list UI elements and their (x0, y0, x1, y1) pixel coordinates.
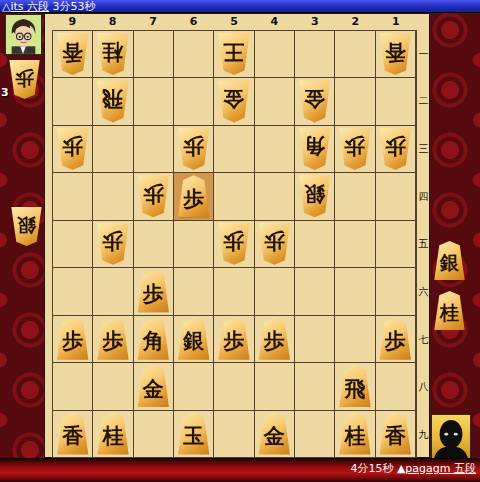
square-59[interactable] (214, 411, 254, 458)
piece-sente-金[interactable]: 金 (257, 413, 291, 455)
file-label-9: 9 (52, 14, 92, 30)
square-87[interactable]: 歩 (93, 316, 133, 363)
rank-labels: 一二三四五六七八九 (417, 30, 430, 459)
sente-clock: 4分15秒 (350, 462, 393, 475)
square-72[interactable] (134, 78, 174, 125)
piece-kanji: 桂 (102, 426, 123, 447)
piece-kanji: 歩 (143, 284, 164, 305)
square-74[interactable]: 歩 (134, 173, 174, 220)
piece-kanji: 香 (62, 426, 83, 447)
piece-kanji: 角 (143, 331, 164, 352)
sente-name-link[interactable]: pagagm 五段 (405, 462, 476, 475)
square-56[interactable] (214, 268, 254, 315)
square-14[interactable] (376, 173, 416, 220)
piece-gote-歩[interactable]: 歩 (177, 128, 211, 170)
rank-label-1: 一 (417, 30, 430, 78)
piece-gote-金[interactable]: 金 (217, 80, 251, 122)
square-54[interactable] (214, 173, 254, 220)
piece-kanji: 銀 (304, 183, 325, 204)
square-16[interactable] (376, 268, 416, 315)
file-label-4: 4 (254, 14, 294, 30)
piece-kanji: 金 (304, 88, 325, 109)
square-26[interactable] (335, 268, 375, 315)
piece-kanji: 歩 (223, 331, 244, 352)
square-25[interactable] (335, 221, 375, 268)
square-32[interactable]: 金 (295, 78, 335, 125)
square-93[interactable]: 歩 (53, 126, 93, 173)
piece-kanji: 歩 (143, 183, 164, 204)
file-label-3: 3 (295, 14, 335, 30)
piece-kanji: 歩 (223, 230, 244, 251)
piece-kanji: 歩 (62, 135, 83, 156)
gote-clock: 3分53秒 (53, 0, 96, 13)
square-97[interactable]: 歩 (53, 316, 93, 363)
rank-label-2: 二 (417, 78, 430, 126)
square-38[interactable] (295, 363, 335, 410)
piece-sente-歩[interactable]: 歩 (217, 318, 251, 360)
piece-sente-歩[interactable]: 歩 (96, 318, 130, 360)
file-label-2: 2 (335, 14, 375, 30)
square-44[interactable] (255, 173, 295, 220)
piece-gote-飛[interactable]: 飛 (96, 80, 130, 122)
piece-sente-歩[interactable]: 歩 (378, 318, 412, 360)
square-79[interactable] (134, 411, 174, 458)
piece-kanji: 香 (62, 41, 83, 62)
sente-info-bar: 4分15秒 ▲pagagm 五段 (0, 458, 480, 482)
piece-kanji: 桂 (344, 426, 365, 447)
square-86[interactable] (93, 268, 133, 315)
piece-sente-歩[interactable]: 歩 (257, 318, 291, 360)
piece-kanji: 歩 (385, 331, 406, 352)
piece-gote-歩[interactable]: 歩 (217, 223, 251, 265)
piece-gote-歩[interactable]: 歩 (257, 223, 291, 265)
square-24[interactable] (335, 173, 375, 220)
square-45[interactable]: 歩 (255, 221, 295, 268)
square-31[interactable] (295, 31, 335, 78)
square-33[interactable]: 角 (295, 126, 335, 173)
piece-sente-香[interactable]: 香 (56, 413, 90, 455)
square-67[interactable]: 銀 (174, 316, 214, 363)
board-grid: 香桂王香飛金金歩歩角歩歩歩歩銀歩歩歩歩歩歩角銀歩歩歩金飛香桂玉金桂香 (52, 30, 417, 459)
square-83[interactable] (93, 126, 133, 173)
square-21[interactable] (335, 31, 375, 78)
piece-kanji: 歩 (62, 331, 83, 352)
hand-gote-銀[interactable]: 銀 (10, 207, 43, 246)
file-label-5: 5 (214, 14, 254, 30)
piece-gote-桂[interactable]: 桂 (96, 33, 130, 75)
gote-name-link[interactable]: its 六段 (10, 0, 49, 13)
square-58[interactable] (214, 363, 254, 410)
square-52[interactable]: 金 (214, 78, 254, 125)
square-68[interactable] (174, 363, 214, 410)
piece-kanji: 桂 (440, 300, 459, 326)
square-43[interactable] (255, 126, 295, 173)
piece-sente-飛[interactable]: 飛 (338, 365, 372, 407)
square-41[interactable] (255, 31, 295, 78)
piece-kanji: 歩 (15, 65, 34, 91)
square-13[interactable]: 歩 (376, 126, 416, 173)
piece-gote-王[interactable]: 王 (217, 33, 251, 75)
square-76[interactable]: 歩 (134, 268, 174, 315)
file-label-7: 7 (133, 14, 173, 30)
piece-kanji: 歩 (385, 135, 406, 156)
hand-sente-銀[interactable]: 銀 (433, 241, 466, 280)
file-label-6: 6 (173, 14, 213, 30)
square-99[interactable]: 香 (53, 411, 93, 458)
piece-gote-金[interactable]: 金 (298, 80, 332, 122)
hand-count-gote-歩: 3 (1, 86, 9, 99)
square-75[interactable] (134, 221, 174, 268)
rank-label-7: 七 (417, 316, 430, 364)
square-89[interactable]: 桂 (93, 411, 133, 458)
square-53[interactable] (214, 126, 254, 173)
square-42[interactable] (255, 78, 295, 125)
square-51[interactable]: 王 (214, 31, 254, 78)
piece-kanji: 歩 (102, 230, 123, 251)
rank-label-6: 六 (417, 268, 430, 316)
piece-kanji: 銀 (440, 250, 459, 276)
piece-kanji: 歩 (344, 135, 365, 156)
square-94[interactable] (53, 173, 93, 220)
square-64[interactable]: 歩 (174, 173, 214, 220)
square-48[interactable] (255, 363, 295, 410)
piece-kanji: 金 (264, 426, 285, 447)
piece-gote-歩[interactable]: 歩 (56, 128, 90, 170)
square-95[interactable] (53, 221, 93, 268)
square-18[interactable] (376, 363, 416, 410)
piece-gote-歩[interactable]: 歩 (378, 128, 412, 170)
square-34[interactable]: 銀 (295, 173, 335, 220)
piece-kanji: 香 (385, 426, 406, 447)
square-69[interactable]: 玉 (174, 411, 214, 458)
square-47[interactable]: 歩 (255, 316, 295, 363)
shogi-app: △its 六段 3分53秒 987654321 香桂王香飛金金歩歩角歩歩歩歩銀歩… (0, 0, 480, 482)
square-49[interactable]: 金 (255, 411, 295, 458)
piece-kanji: 金 (143, 379, 164, 400)
piece-kanji: 歩 (102, 331, 123, 352)
square-77[interactable]: 角 (134, 316, 174, 363)
piece-gote-歩[interactable]: 歩 (338, 128, 372, 170)
piece-sente-玉[interactable]: 玉 (177, 413, 211, 455)
rank-label-3: 三 (417, 125, 430, 173)
square-78[interactable]: 金 (134, 363, 174, 410)
square-29[interactable]: 桂 (335, 411, 375, 458)
square-82[interactable]: 飛 (93, 78, 133, 125)
piece-gote-銀[interactable]: 銀 (298, 175, 332, 217)
sente-avatar-image (432, 415, 470, 460)
piece-kanji: 歩 (183, 189, 204, 210)
piece-kanji: 角 (304, 135, 325, 156)
square-61[interactable] (174, 31, 214, 78)
square-65[interactable] (174, 221, 214, 268)
square-85[interactable]: 歩 (93, 221, 133, 268)
piece-kanji: 桂 (102, 41, 123, 62)
piece-kanji: 王 (223, 41, 244, 62)
square-28[interactable]: 飛 (335, 363, 375, 410)
rank-label-5: 五 (417, 221, 430, 269)
piece-sente-香[interactable]: 香 (378, 413, 412, 455)
piece-gote-角[interactable]: 角 (298, 128, 332, 170)
hand-sente-桂[interactable]: 桂 (433, 291, 466, 330)
piece-kanji: 香 (385, 41, 406, 62)
square-37[interactable] (295, 316, 335, 363)
file-label-1: 1 (376, 14, 416, 30)
square-91[interactable]: 香 (53, 31, 93, 78)
piece-gote-歩[interactable]: 歩 (96, 223, 130, 265)
piece-sente-歩[interactable]: 歩 (177, 175, 211, 217)
piece-kanji: 飛 (344, 379, 365, 400)
square-55[interactable]: 歩 (214, 221, 254, 268)
square-96[interactable] (53, 268, 93, 315)
square-84[interactable] (93, 173, 133, 220)
piece-sente-桂[interactable]: 桂 (96, 413, 130, 455)
piece-gote-歩[interactable]: 歩 (136, 175, 170, 217)
square-46[interactable] (255, 268, 295, 315)
square-81[interactable]: 桂 (93, 31, 133, 78)
square-92[interactable] (53, 78, 93, 125)
square-73[interactable] (134, 126, 174, 173)
piece-kanji: 飛 (102, 88, 123, 109)
sente-avatar (431, 414, 471, 461)
gote-avatar-image (6, 15, 41, 54)
square-22[interactable] (335, 78, 375, 125)
piece-kanji: 銀 (183, 331, 204, 352)
shogi-board: 987654321 香桂王香飛金金歩歩角歩歩歩歩銀歩歩歩歩歩歩角銀歩歩歩金飛香桂… (44, 13, 430, 458)
gote-avatar (5, 14, 42, 55)
square-11[interactable]: 香 (376, 31, 416, 78)
square-62[interactable] (174, 78, 214, 125)
piece-gote-香[interactable]: 香 (378, 33, 412, 75)
square-39[interactable] (295, 411, 335, 458)
square-36[interactable] (295, 268, 335, 315)
hand-gote-歩[interactable]: 歩 (8, 60, 41, 99)
rank-label-8: 八 (417, 364, 430, 412)
square-23[interactable]: 歩 (335, 126, 375, 173)
square-57[interactable]: 歩 (214, 316, 254, 363)
square-66[interactable] (174, 268, 214, 315)
piece-sente-金[interactable]: 金 (136, 365, 170, 407)
gote-info-bar: △its 六段 3分53秒 (0, 0, 480, 13)
square-15[interactable] (376, 221, 416, 268)
piece-kanji: 銀 (17, 212, 36, 238)
square-88[interactable] (93, 363, 133, 410)
piece-kanji: 歩 (264, 230, 285, 251)
square-19[interactable]: 香 (376, 411, 416, 458)
rank-label-4: 四 (417, 173, 430, 221)
square-63[interactable]: 歩 (174, 126, 214, 173)
piece-gote-香[interactable]: 香 (56, 33, 90, 75)
piece-kanji: 金 (223, 88, 244, 109)
square-12[interactable] (376, 78, 416, 125)
square-17[interactable]: 歩 (376, 316, 416, 363)
piece-kanji: 玉 (183, 426, 204, 447)
file-label-8: 8 (92, 14, 132, 30)
piece-kanji: 歩 (183, 135, 204, 156)
piece-sente-歩[interactable]: 歩 (56, 318, 90, 360)
piece-kanji: 歩 (264, 331, 285, 352)
square-35[interactable] (295, 221, 335, 268)
file-labels: 987654321 (52, 14, 416, 30)
piece-sente-歩[interactable]: 歩 (136, 270, 170, 312)
piece-sente-角[interactable]: 角 (136, 318, 170, 360)
square-71[interactable] (134, 31, 174, 78)
rank-label-9: 九 (417, 411, 430, 459)
square-27[interactable] (335, 316, 375, 363)
piece-sente-桂[interactable]: 桂 (338, 413, 372, 455)
piece-sente-銀[interactable]: 銀 (177, 318, 211, 360)
square-98[interactable] (53, 363, 93, 410)
